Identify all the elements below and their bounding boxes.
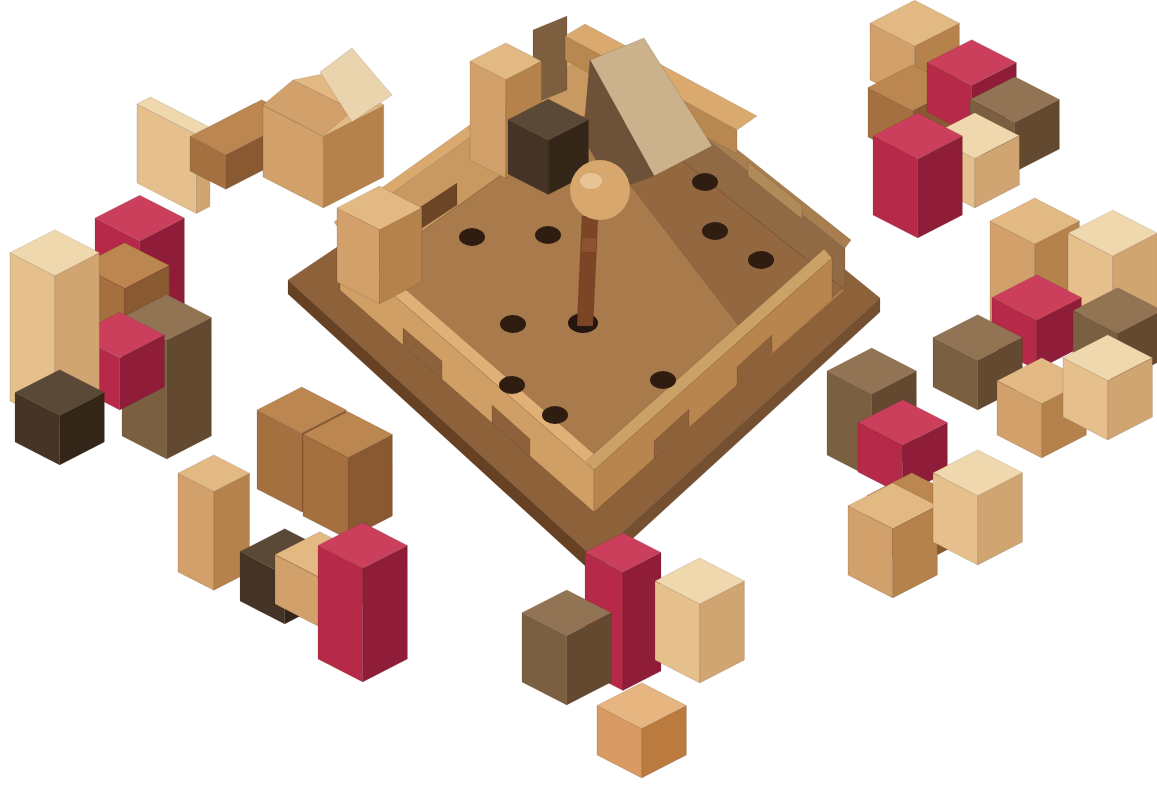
puzzle-product-photo (0, 0, 1157, 786)
piece-cross-bottom-center (522, 533, 744, 778)
scene-svg (0, 0, 1157, 786)
piece-cluster-left (10, 195, 211, 465)
piece-cluster-right (933, 198, 1157, 458)
piece-bench-top-left (137, 48, 392, 214)
piece-cluster-bottom-left (178, 387, 407, 682)
